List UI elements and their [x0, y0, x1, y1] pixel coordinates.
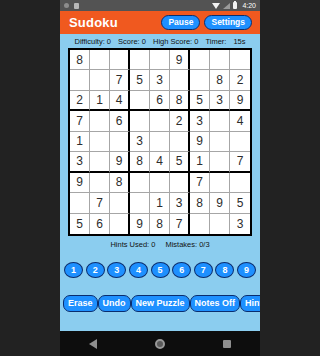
sudoku-cell-r6c8[interactable] — [210, 152, 230, 172]
sudoku-cell-r2c4[interactable]: 5 — [130, 70, 150, 90]
new-puzzle-button[interactable]: New Puzzle — [131, 295, 190, 312]
app-title: Sudoku — [69, 15, 118, 30]
stats-bar: Difficulty: 0 Score: 0 High Score: 0 Tim… — [60, 34, 260, 46]
sudoku-cell-r9c3[interactable] — [110, 214, 130, 234]
sudoku-cell-r9c4[interactable]: 9 — [130, 214, 150, 234]
sudoku-cell-r1c3[interactable] — [110, 50, 130, 70]
back-icon[interactable] — [89, 339, 97, 349]
numpad-button-2[interactable]: 2 — [86, 262, 105, 278]
sudoku-cell-r3c3[interactable]: 4 — [110, 91, 130, 111]
sudoku-cell-r9c6[interactable]: 7 — [170, 214, 190, 234]
sudoku-cell-r1c8[interactable] — [210, 50, 230, 70]
stat-score: Score: 0 — [118, 37, 146, 46]
sudoku-cell-r3c6[interactable]: 8 — [170, 91, 190, 111]
sudoku-board: 8975382214685397623413939845179877138955… — [68, 48, 252, 236]
sudoku-cell-r5c8[interactable] — [210, 132, 230, 152]
status-time: 4:20 — [242, 0, 256, 11]
numpad-button-5[interactable]: 5 — [151, 262, 170, 278]
notification-dot-icon — [64, 3, 69, 8]
sudoku-cell-r6c7[interactable]: 1 — [190, 152, 210, 172]
sudoku-cell-r6c4[interactable]: 8 — [130, 152, 150, 172]
sudoku-cell-r5c2[interactable] — [90, 132, 110, 152]
sudoku-cell-r4c6[interactable]: 2 — [170, 111, 190, 131]
sudoku-cell-r7c6[interactable] — [170, 173, 190, 193]
sudoku-cell-r5c4[interactable]: 3 — [130, 132, 150, 152]
numpad-button-8[interactable]: 8 — [215, 262, 234, 278]
sudoku-cell-r9c5[interactable]: 8 — [150, 214, 170, 234]
erase-button[interactable]: Erase — [63, 295, 98, 312]
sudoku-cell-r3c5[interactable]: 6 — [150, 91, 170, 111]
sudoku-cell-r8c4[interactable] — [130, 193, 150, 213]
nav-bar — [60, 331, 260, 356]
sudoku-cell-r3c9[interactable]: 9 — [230, 91, 250, 111]
sudoku-cell-r8c6[interactable]: 3 — [170, 193, 190, 213]
sudoku-cell-r6c6[interactable]: 5 — [170, 152, 190, 172]
sudoku-cell-r7c7[interactable]: 7 — [190, 173, 210, 193]
sudoku-cell-r6c2[interactable] — [90, 152, 110, 172]
sudoku-cell-r6c5[interactable]: 4 — [150, 152, 170, 172]
sudoku-cell-r5c9[interactable] — [230, 132, 250, 152]
sudoku-cell-r5c6[interactable] — [170, 132, 190, 152]
sudoku-cell-r8c9[interactable]: 5 — [230, 193, 250, 213]
sudoku-cell-r2c8[interactable]: 8 — [210, 70, 230, 90]
numpad-button-9[interactable]: 9 — [237, 262, 256, 278]
sudoku-cell-r1c5[interactable] — [150, 50, 170, 70]
sudoku-cell-r6c1[interactable]: 3 — [70, 152, 90, 172]
sudoku-cell-r2c7[interactable] — [190, 70, 210, 90]
sudoku-cell-r7c9[interactable] — [230, 173, 250, 193]
sudoku-cell-r4c9[interactable]: 4 — [230, 111, 250, 131]
sudoku-cell-r7c1[interactable]: 9 — [70, 173, 90, 193]
sudoku-cell-r8c2[interactable]: 7 — [90, 193, 110, 213]
sudoku-cell-r8c8[interactable]: 9 — [210, 193, 230, 213]
sudoku-cell-r3c1[interactable]: 2 — [70, 91, 90, 111]
sudoku-cell-r9c2[interactable]: 6 — [90, 214, 110, 234]
status-bar: 4:20 — [60, 0, 260, 11]
numpad-button-6[interactable]: 6 — [172, 262, 191, 278]
sudoku-cell-r4c3[interactable]: 6 — [110, 111, 130, 131]
sudoku-cell-r4c1[interactable]: 7 — [70, 111, 90, 131]
sudoku-cell-r7c4[interactable] — [130, 173, 150, 193]
sudoku-cell-r1c9[interactable] — [230, 50, 250, 70]
sudoku-cell-r3c7[interactable]: 5 — [190, 91, 210, 111]
sudoku-cell-r3c8[interactable]: 3 — [210, 91, 230, 111]
sudoku-cell-r1c4[interactable] — [130, 50, 150, 70]
wifi-icon — [212, 3, 220, 9]
sudoku-cell-r2c5[interactable]: 3 — [150, 70, 170, 90]
sudoku-app: 4:20 Sudoku Pause Settings Difficulty: 0… — [60, 0, 260, 356]
sudoku-cell-r8c7[interactable]: 8 — [190, 193, 210, 213]
undo-button[interactable]: Undo — [98, 295, 131, 312]
sudoku-cell-r7c3[interactable]: 8 — [110, 173, 130, 193]
sudoku-cell-r8c3[interactable] — [110, 193, 130, 213]
sudoku-cell-r2c2[interactable] — [90, 70, 110, 90]
hints-used-text: Hints Used: 0 — [110, 240, 155, 249]
notification-file-icon — [74, 3, 79, 9]
sudoku-cell-r9c9[interactable]: 3 — [230, 214, 250, 234]
sudoku-cell-r3c2[interactable]: 1 — [90, 91, 110, 111]
sudoku-cell-r1c7[interactable] — [190, 50, 210, 70]
sudoku-cell-r7c2[interactable] — [90, 173, 110, 193]
sudoku-cell-r4c5[interactable] — [150, 111, 170, 131]
cell-signal-icon — [223, 3, 230, 9]
sudoku-cell-r2c9[interactable]: 2 — [230, 70, 250, 90]
settings-button[interactable]: Settings — [204, 15, 252, 30]
mistakes-text: Mistakes: 0/3 — [165, 240, 209, 249]
app-header: Sudoku Pause Settings — [60, 11, 260, 34]
home-icon[interactable] — [155, 339, 165, 349]
stat-timer-value: 15s — [233, 37, 245, 46]
sudoku-cell-r2c6[interactable] — [170, 70, 190, 90]
sudoku-cell-r1c6[interactable]: 9 — [170, 50, 190, 70]
stat-timer-label: Timer: — [205, 37, 226, 46]
sudoku-cell-r4c8[interactable] — [210, 111, 230, 131]
pause-button[interactable]: Pause — [161, 15, 200, 30]
sudoku-cell-r5c5[interactable] — [150, 132, 170, 152]
action-bar: EraseUndoNew PuzzleNotes OffHint — [60, 295, 260, 312]
sudoku-cell-r5c3[interactable] — [110, 132, 130, 152]
sudoku-cell-r2c1[interactable] — [70, 70, 90, 90]
numpad-button-4[interactable]: 4 — [129, 262, 148, 278]
sudoku-cell-r4c7[interactable]: 3 — [190, 111, 210, 131]
sudoku-cell-r9c7[interactable] — [190, 214, 210, 234]
sudoku-cell-r4c2[interactable] — [90, 111, 110, 131]
sudoku-cell-r2c3[interactable]: 7 — [110, 70, 130, 90]
numpad-button-3[interactable]: 3 — [107, 262, 126, 278]
numpad: 123456789 — [60, 262, 260, 278]
sudoku-cell-r5c1[interactable]: 1 — [70, 132, 90, 152]
stat-difficulty: Difficulty: 0 — [74, 37, 111, 46]
sudoku-cell-r3c4[interactable] — [130, 91, 150, 111]
sudoku-cell-r7c5[interactable] — [150, 173, 170, 193]
sudoku-cell-r7c8[interactable] — [210, 173, 230, 193]
sudoku-cell-r5c7[interactable]: 9 — [190, 132, 210, 152]
sudoku-cell-r8c1[interactable] — [70, 193, 90, 213]
sudoku-cell-r4c4[interactable] — [130, 111, 150, 131]
sudoku-cell-r9c8[interactable] — [210, 214, 230, 234]
sudoku-cell-r1c1[interactable]: 8 — [70, 50, 90, 70]
notes-off-button[interactable]: Notes Off — [190, 295, 241, 312]
battery-icon — [233, 2, 237, 9]
sudoku-cell-r6c3[interactable]: 9 — [110, 152, 130, 172]
sudoku-cell-r9c1[interactable]: 5 — [70, 214, 90, 234]
stat-high-score: High Score: 0 — [153, 37, 198, 46]
numpad-button-1[interactable]: 1 — [64, 262, 83, 278]
hints-bar: Hints Used: 0 Mistakes: 0/3 — [60, 240, 260, 249]
numpad-button-7[interactable]: 7 — [194, 262, 213, 278]
sudoku-cell-r1c2[interactable] — [90, 50, 110, 70]
sudoku-cell-r6c9[interactable]: 7 — [230, 152, 250, 172]
hint-button[interactable]: Hint — [240, 295, 260, 312]
recents-icon[interactable] — [223, 340, 231, 348]
sudoku-cell-r8c5[interactable]: 1 — [150, 193, 170, 213]
